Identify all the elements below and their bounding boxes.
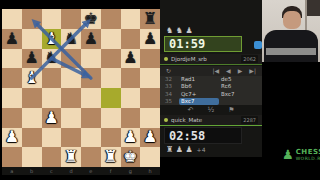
online-dot-icon xyxy=(164,118,168,122)
move-row-32: 32Rad1de5 xyxy=(160,76,262,83)
square-e3[interactable] xyxy=(81,108,101,128)
move-nav-toolbar: ↻ |◀ ◀ ▶ ▶| xyxy=(160,66,262,76)
black-rook-h8[interactable]: ♜ xyxy=(140,9,160,29)
square-h4[interactable] xyxy=(140,88,160,108)
next-move-icon[interactable]: ▶ xyxy=(238,66,243,76)
white-rook-f1[interactable]: ♜ xyxy=(101,147,121,167)
square-e2[interactable] xyxy=(81,128,101,148)
file-label-d: d xyxy=(61,167,81,175)
square-f2[interactable] xyxy=(101,128,121,148)
square-g5[interactable] xyxy=(121,68,141,88)
white-pawn-a2[interactable]: ♟ xyxy=(2,128,22,148)
square-f5[interactable] xyxy=(101,68,121,88)
square-a7[interactable]: ♟ xyxy=(2,29,22,49)
square-a4[interactable] xyxy=(2,88,22,108)
square-e4[interactable] xyxy=(81,88,101,108)
clock-bottom-player: 02:58 xyxy=(164,127,242,144)
webcam-feed xyxy=(262,0,320,62)
square-c2[interactable] xyxy=(42,128,62,148)
board-grid[interactable]: ♚♜♟♝♞♟♟♟♞♟♝♟♟♟♟♜♜♚ xyxy=(2,9,160,167)
square-g2[interactable]: ♟ xyxy=(121,128,141,148)
square-b5[interactable]: ♝ xyxy=(22,68,42,88)
online-dot-icon xyxy=(164,57,168,61)
square-f4[interactable] xyxy=(101,88,121,108)
player-row-top[interactable]: DjordjeM_srb 2062 xyxy=(160,54,262,65)
square-c3[interactable]: ♟ xyxy=(42,108,62,128)
square-b1[interactable] xyxy=(22,147,42,167)
white-bishop-b5[interactable]: ♝ xyxy=(22,68,42,88)
chess-board[interactable]: ♚♜♟♝♞♟♟♟♞♟♝♟♟♟♟♜♜♚ xyxy=(2,9,160,167)
black-king-e8[interactable]: ♚ xyxy=(81,9,101,29)
player-rating-top: 2062 xyxy=(241,55,258,63)
white-pawn-h2[interactable]: ♟ xyxy=(140,128,160,148)
move-list[interactable]: 32Rad1de533Bb6Rc634Qc7+Bxc735Bxc7 xyxy=(160,76,262,105)
file-coordinate-labels: abcdefgh xyxy=(2,167,160,175)
player-rating-bottom: 2287 xyxy=(241,116,258,124)
captured-pieces-top: ♞ ♞ ♟ xyxy=(166,26,193,35)
file-label-g: g xyxy=(121,167,141,175)
move-white-35[interactable]: Bxc7 xyxy=(179,98,219,105)
square-d3[interactable] xyxy=(61,108,81,128)
move-row-34: 34Qc7+Bxc7 xyxy=(160,91,262,98)
black-knight-c6[interactable]: ♞ xyxy=(42,49,62,69)
material-advantage: +4 xyxy=(197,145,206,154)
square-h8[interactable]: ♜ xyxy=(140,9,160,29)
square-d1[interactable]: ♜ xyxy=(61,147,81,167)
square-b3[interactable] xyxy=(22,108,42,128)
game-panel: ♞ ♞ ♟ 01:59 DjordjeM_srb 2062 ↻ |◀ ◀ ▶ ▶… xyxy=(160,0,262,157)
square-b6[interactable]: ♟ xyxy=(22,49,42,69)
square-h7[interactable]: ♟ xyxy=(140,29,160,49)
black-pawn-b6[interactable]: ♟ xyxy=(22,49,42,69)
streamer-shirt xyxy=(264,30,318,62)
stream-frame: ♚♜♟♝♞♟♟♟♞♟♝♟♟♟♟♜♜♚ abcdefgh ♞ ♞ ♟ 01:59 … xyxy=(0,0,320,180)
square-f7[interactable] xyxy=(101,29,121,49)
square-a6[interactable] xyxy=(2,49,22,69)
move-black-32[interactable]: de5 xyxy=(219,76,259,83)
player-name-top[interactable]: DjordjeM_srb xyxy=(171,56,238,62)
logo-text: CHESS WORLD.RU xyxy=(296,149,320,161)
square-b4[interactable] xyxy=(22,88,42,108)
captured-glyphs: ♜ ♟ ♟ xyxy=(166,145,193,154)
file-label-e: e xyxy=(81,167,101,175)
square-c1[interactable] xyxy=(42,147,62,167)
move-white-32[interactable]: Rad1 xyxy=(179,76,219,83)
first-move-icon[interactable]: |◀ xyxy=(212,66,219,76)
square-d4[interactable] xyxy=(61,88,81,108)
white-rook-d1[interactable]: ♜ xyxy=(61,147,81,167)
square-e5[interactable] xyxy=(81,68,101,88)
move-black-34[interactable]: Bxc7 xyxy=(219,91,259,98)
move-number: 35 xyxy=(160,98,179,105)
square-g4[interactable] xyxy=(121,88,141,108)
square-b2[interactable] xyxy=(22,128,42,148)
white-king-g1[interactable]: ♚ xyxy=(121,147,141,167)
square-f1[interactable]: ♜ xyxy=(101,147,121,167)
draw-offer-icon[interactable]: ½ xyxy=(207,105,214,115)
file-label-c: c xyxy=(42,167,62,175)
move-row-35: 35Bxc7 xyxy=(160,98,262,105)
file-label-a: a xyxy=(2,167,22,175)
clock-top-player: 01:59 xyxy=(164,36,242,52)
square-e1[interactable] xyxy=(81,147,101,167)
square-g3[interactable] xyxy=(121,108,141,128)
square-a5[interactable] xyxy=(2,68,22,88)
player-name-bottom[interactable]: quick_Mate xyxy=(171,117,238,123)
file-label-b: b xyxy=(22,167,42,175)
logo-line1: CHESS xyxy=(296,149,320,156)
square-a8[interactable] xyxy=(2,9,22,29)
square-h3[interactable] xyxy=(140,108,160,128)
square-g1[interactable]: ♚ xyxy=(121,147,141,167)
square-d5[interactable] xyxy=(61,68,81,88)
square-h5[interactable] xyxy=(140,68,160,88)
square-g6[interactable]: ♟ xyxy=(121,49,141,69)
player-row-bottom[interactable]: quick_Mate 2287 xyxy=(160,115,262,126)
move-white-34[interactable]: Qc7+ xyxy=(179,91,219,98)
move-number: 34 xyxy=(160,91,179,98)
black-pawn-e7[interactable]: ♟ xyxy=(81,29,101,49)
file-label-f: f xyxy=(101,167,121,175)
square-e7[interactable]: ♟ xyxy=(81,29,101,49)
move-white-33[interactable]: Bb6 xyxy=(179,83,219,90)
pawn-logo-icon: ♟ xyxy=(282,148,294,161)
square-f6[interactable] xyxy=(101,49,121,69)
square-b8[interactable] xyxy=(22,9,42,29)
square-e6[interactable] xyxy=(81,49,101,69)
square-c5[interactable] xyxy=(42,68,62,88)
square-c7[interactable]: ♝ xyxy=(42,29,62,49)
game-action-row: ↶ ½ ⚑ xyxy=(160,105,262,115)
square-a1[interactable] xyxy=(2,147,22,167)
square-d8[interactable] xyxy=(61,9,81,29)
square-d7[interactable]: ♞ xyxy=(61,29,81,49)
webcam-door-frame xyxy=(305,0,307,30)
white-pawn-g2[interactable]: ♟ xyxy=(121,128,141,148)
analysis-icon[interactable] xyxy=(254,41,262,49)
square-f3[interactable] xyxy=(101,108,121,128)
black-pawn-h7[interactable]: ♟ xyxy=(140,29,160,49)
square-a3[interactable] xyxy=(2,108,22,128)
black-pawn-g6[interactable]: ♟ xyxy=(121,49,141,69)
resign-flag-icon[interactable]: ⚑ xyxy=(228,105,234,115)
square-d6[interactable] xyxy=(61,49,81,69)
square-h2[interactable]: ♟ xyxy=(140,128,160,148)
square-e8[interactable]: ♚ xyxy=(81,9,101,29)
streamer-shirt-stripe xyxy=(266,48,316,55)
logo-line2: WORLD.RU xyxy=(296,156,320,161)
takeback-icon[interactable]: ↶ xyxy=(188,105,194,115)
move-row-33: 33Bb6Rc6 xyxy=(160,83,262,90)
square-h6[interactable] xyxy=(140,49,160,69)
webcam-background-doorway xyxy=(306,0,320,16)
file-label-h: h xyxy=(140,167,160,175)
streamer-face xyxy=(283,11,301,29)
square-h1[interactable] xyxy=(140,147,160,167)
square-g8[interactable] xyxy=(121,9,141,29)
move-number: 32 xyxy=(160,76,179,83)
black-pawn-a7[interactable]: ♟ xyxy=(2,29,22,49)
white-bishop-c7[interactable]: ♝ xyxy=(42,29,62,49)
square-d2[interactable] xyxy=(61,128,81,148)
prev-move-icon[interactable]: ◀ xyxy=(226,66,231,76)
channel-logo: ♟ CHESS WORLD.RU xyxy=(282,148,320,161)
square-c8[interactable] xyxy=(42,9,62,29)
square-f8[interactable] xyxy=(101,9,121,29)
black-knight-d7[interactable]: ♞ xyxy=(61,29,81,49)
move-number: 33 xyxy=(160,83,179,90)
square-g7[interactable] xyxy=(121,29,141,49)
square-c6[interactable]: ♞ xyxy=(42,49,62,69)
white-pawn-c3[interactable]: ♟ xyxy=(42,108,62,128)
flip-board-icon[interactable]: ↻ xyxy=(166,66,171,76)
square-b7[interactable] xyxy=(22,29,42,49)
move-black-33[interactable]: Rc6 xyxy=(219,83,259,90)
square-a2[interactable]: ♟ xyxy=(2,128,22,148)
last-move-icon[interactable]: ▶| xyxy=(249,66,256,76)
square-c4[interactable] xyxy=(42,88,62,108)
captured-pieces-bottom: ♜ ♟ ♟ +4 xyxy=(166,145,205,154)
